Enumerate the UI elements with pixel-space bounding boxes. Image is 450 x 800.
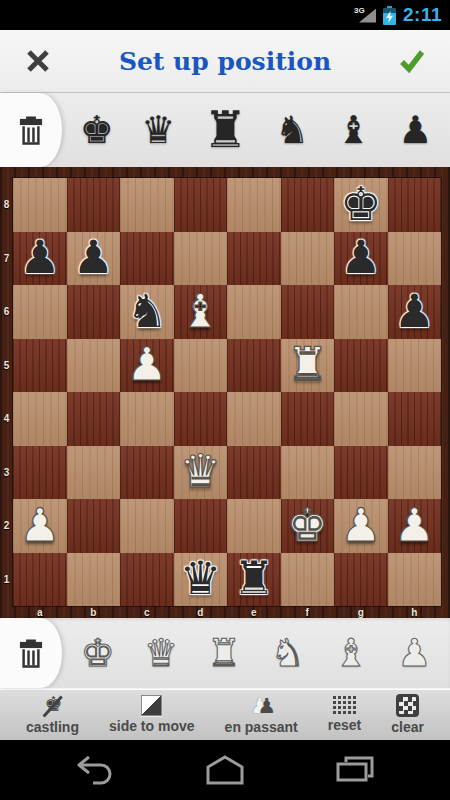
castling-label: castling xyxy=(26,719,79,735)
file-label-d: d xyxy=(174,606,228,618)
square-b3[interactable] xyxy=(67,446,121,500)
square-d5[interactable] xyxy=(174,339,228,393)
square-h4[interactable] xyxy=(388,392,442,446)
castling-icon: ♚ xyxy=(40,695,64,717)
tray-white-knight[interactable]: ♞ xyxy=(271,634,305,672)
side-to-move-button[interactable]: side to move xyxy=(105,693,199,736)
recents-button[interactable] xyxy=(320,747,390,793)
rank-label-7: 7 xyxy=(0,232,13,286)
piece-white-pawn: ♟ xyxy=(394,502,435,548)
square-h8[interactable] xyxy=(388,178,442,232)
tray-white-rook[interactable]: ♜ xyxy=(207,634,241,672)
piece-white-bishop: ♝ xyxy=(180,288,221,334)
board-squares: ♚♟♟♟♞♝♟♟♜♛♟♚♟♟♛♜ xyxy=(13,178,441,606)
black-piece-tray: ♚♛♜♞♝♟ xyxy=(0,93,450,167)
square-a5[interactable] xyxy=(13,339,67,393)
square-e4[interactable] xyxy=(227,392,281,446)
square-e2[interactable] xyxy=(227,499,281,553)
back-icon xyxy=(73,754,117,786)
square-d4[interactable] xyxy=(174,392,228,446)
tray-black-bishop[interactable]: ♝ xyxy=(337,111,371,149)
en-passant-label: en passant xyxy=(225,719,298,735)
square-c3[interactable] xyxy=(120,446,174,500)
square-e7[interactable] xyxy=(227,232,281,286)
square-f1[interactable] xyxy=(281,553,335,607)
clear-button[interactable]: clear xyxy=(387,692,428,737)
rank-label-6: 6 xyxy=(0,285,13,339)
android-nav-bar xyxy=(0,740,450,800)
tray-black-queen[interactable]: ♛ xyxy=(141,111,175,149)
file-label-a: a xyxy=(13,606,67,618)
trash-icon xyxy=(16,114,46,146)
square-b7[interactable]: ♟ xyxy=(67,232,121,286)
checkmark-icon xyxy=(398,48,426,74)
file-label-h: h xyxy=(388,606,442,618)
piece-white-king: ♚ xyxy=(287,502,328,548)
square-g8[interactable]: ♚ xyxy=(334,178,388,232)
square-g3[interactable] xyxy=(334,446,388,500)
square-h2[interactable]: ♟ xyxy=(388,499,442,553)
white-piece-tray: ♚♛♜♞♝♟ xyxy=(0,618,450,688)
square-d8[interactable] xyxy=(174,178,228,232)
status-bar: 3G 2:11 xyxy=(0,0,450,30)
piece-white-pawn: ♟ xyxy=(19,502,60,548)
square-g2[interactable]: ♟ xyxy=(334,499,388,553)
close-button[interactable] xyxy=(16,39,60,83)
tray-black-rook[interactable]: ♜ xyxy=(203,105,248,155)
square-c8[interactable] xyxy=(120,178,174,232)
file-label-f: f xyxy=(281,606,335,618)
square-c5[interactable]: ♟ xyxy=(120,339,174,393)
square-f7[interactable] xyxy=(281,232,335,286)
square-a7[interactable]: ♟ xyxy=(13,232,67,286)
square-g4[interactable] xyxy=(334,392,388,446)
piece-white-pawn: ♟ xyxy=(340,502,381,548)
reset-icon xyxy=(333,696,357,715)
square-h5[interactable] xyxy=(388,339,442,393)
rank-label-4: 4 xyxy=(0,392,13,446)
tray-black-king[interactable]: ♚ xyxy=(80,111,114,149)
square-h7[interactable] xyxy=(388,232,442,286)
square-b5[interactable] xyxy=(67,339,121,393)
square-e6[interactable] xyxy=(227,285,281,339)
square-g6[interactable] xyxy=(334,285,388,339)
square-c7[interactable] xyxy=(120,232,174,286)
square-b1[interactable] xyxy=(67,553,121,607)
network-type-label: 3G xyxy=(354,6,365,15)
square-a6[interactable] xyxy=(13,285,67,339)
options-toolbar: ♚ castling side to move ♟♟ en passant re… xyxy=(0,688,450,740)
back-button[interactable] xyxy=(60,747,130,793)
tray-white-queen[interactable]: ♛ xyxy=(144,634,178,672)
square-d3[interactable]: ♛ xyxy=(174,446,228,500)
square-d1[interactable]: ♛ xyxy=(174,553,228,607)
square-g5[interactable] xyxy=(334,339,388,393)
square-e1[interactable]: ♜ xyxy=(227,553,281,607)
piece-white-pawn: ♟ xyxy=(126,341,167,387)
chess-board: ♚♟♟♟♞♝♟♟♜♛♟♚♟♟♛♜ 87654321 abcdefgh xyxy=(0,167,450,618)
reset-button[interactable]: reset xyxy=(324,694,365,735)
signal-strength-icon: 3G xyxy=(354,7,376,24)
en-passant-button[interactable]: ♟♟ en passant xyxy=(221,693,302,737)
square-g1[interactable] xyxy=(334,553,388,607)
delete-piece-button-top[interactable] xyxy=(0,93,62,167)
square-f2[interactable]: ♚ xyxy=(281,499,335,553)
rank-label-8: 8 xyxy=(0,178,13,232)
square-f4[interactable] xyxy=(281,392,335,446)
square-a2[interactable]: ♟ xyxy=(13,499,67,553)
square-d2[interactable] xyxy=(174,499,228,553)
square-f5[interactable]: ♜ xyxy=(281,339,335,393)
tray-black-pawn[interactable]: ♟ xyxy=(398,111,432,149)
piece-black-pawn: ♟ xyxy=(73,234,114,280)
file-labels: abcdefgh xyxy=(13,606,441,618)
clear-label: clear xyxy=(391,719,424,735)
piece-white-queen: ♛ xyxy=(180,448,221,494)
file-label-c: c xyxy=(120,606,174,618)
square-a8[interactable] xyxy=(13,178,67,232)
rank-labels: 87654321 xyxy=(0,178,13,606)
tray-black-knight[interactable]: ♞ xyxy=(275,111,309,149)
square-h6[interactable]: ♟ xyxy=(388,285,442,339)
battery-charging-icon xyxy=(383,6,396,25)
square-b6[interactable] xyxy=(67,285,121,339)
square-d7[interactable] xyxy=(174,232,228,286)
white-tray-pieces: ♚♛♜♞♝♟ xyxy=(66,618,446,688)
rank-label-2: 2 xyxy=(0,499,13,553)
rank-label-5: 5 xyxy=(0,339,13,393)
square-e8[interactable] xyxy=(227,178,281,232)
square-c2[interactable] xyxy=(120,499,174,553)
piece-black-knight: ♞ xyxy=(126,288,167,334)
tray-white-pawn[interactable]: ♟ xyxy=(397,634,431,672)
square-h1[interactable] xyxy=(388,553,442,607)
home-icon xyxy=(202,754,248,786)
piece-black-pawn: ♟ xyxy=(394,288,435,334)
square-e5[interactable] xyxy=(227,339,281,393)
square-a1[interactable] xyxy=(13,553,67,607)
page-title: Set up position xyxy=(119,47,331,76)
castling-button[interactable]: ♚ castling xyxy=(22,693,83,737)
header: Set up position xyxy=(0,30,450,93)
square-g7[interactable]: ♟ xyxy=(334,232,388,286)
square-a3[interactable] xyxy=(13,446,67,500)
square-c1[interactable] xyxy=(120,553,174,607)
square-f6[interactable] xyxy=(281,285,335,339)
close-icon xyxy=(25,48,51,74)
square-a4[interactable] xyxy=(13,392,67,446)
square-c6[interactable]: ♞ xyxy=(120,285,174,339)
piece-black-pawn: ♟ xyxy=(19,234,60,280)
status-clock: 2:11 xyxy=(403,4,442,26)
piece-black-queen: ♛ xyxy=(180,555,221,601)
side-to-move-icon xyxy=(141,695,162,716)
piece-black-king: ♚ xyxy=(340,181,381,227)
square-f3[interactable] xyxy=(281,446,335,500)
clear-icon xyxy=(396,694,419,717)
piece-black-rook: ♜ xyxy=(233,555,274,601)
side-to-move-label: side to move xyxy=(109,718,195,734)
recents-icon xyxy=(334,754,376,786)
rank-label-3: 3 xyxy=(0,446,13,500)
delete-piece-button-bottom[interactable] xyxy=(0,618,62,688)
square-f8[interactable] xyxy=(281,178,335,232)
home-button[interactable] xyxy=(190,747,260,793)
phone-screen: 3G 2:11 Set up position xyxy=(0,0,450,800)
square-b2[interactable] xyxy=(67,499,121,553)
tray-white-king[interactable]: ♚ xyxy=(81,634,115,672)
square-h3[interactable] xyxy=(388,446,442,500)
file-label-b: b xyxy=(67,606,121,618)
en-passant-icon: ♟♟ xyxy=(248,695,274,717)
reset-label: reset xyxy=(328,717,361,733)
piece-black-pawn: ♟ xyxy=(340,234,381,280)
piece-white-rook: ♜ xyxy=(287,341,328,387)
file-label-e: e xyxy=(227,606,281,618)
square-e3[interactable] xyxy=(227,446,281,500)
square-b8[interactable] xyxy=(67,178,121,232)
square-b4[interactable] xyxy=(67,392,121,446)
square-d6[interactable]: ♝ xyxy=(174,285,228,339)
black-tray-pieces: ♚♛♜♞♝♟ xyxy=(66,93,446,167)
confirm-button[interactable] xyxy=(390,39,434,83)
square-c4[interactable] xyxy=(120,392,174,446)
file-label-g: g xyxy=(334,606,388,618)
trash-icon xyxy=(16,637,46,669)
tray-white-bishop[interactable]: ♝ xyxy=(334,634,368,672)
rank-label-1: 1 xyxy=(0,553,13,607)
